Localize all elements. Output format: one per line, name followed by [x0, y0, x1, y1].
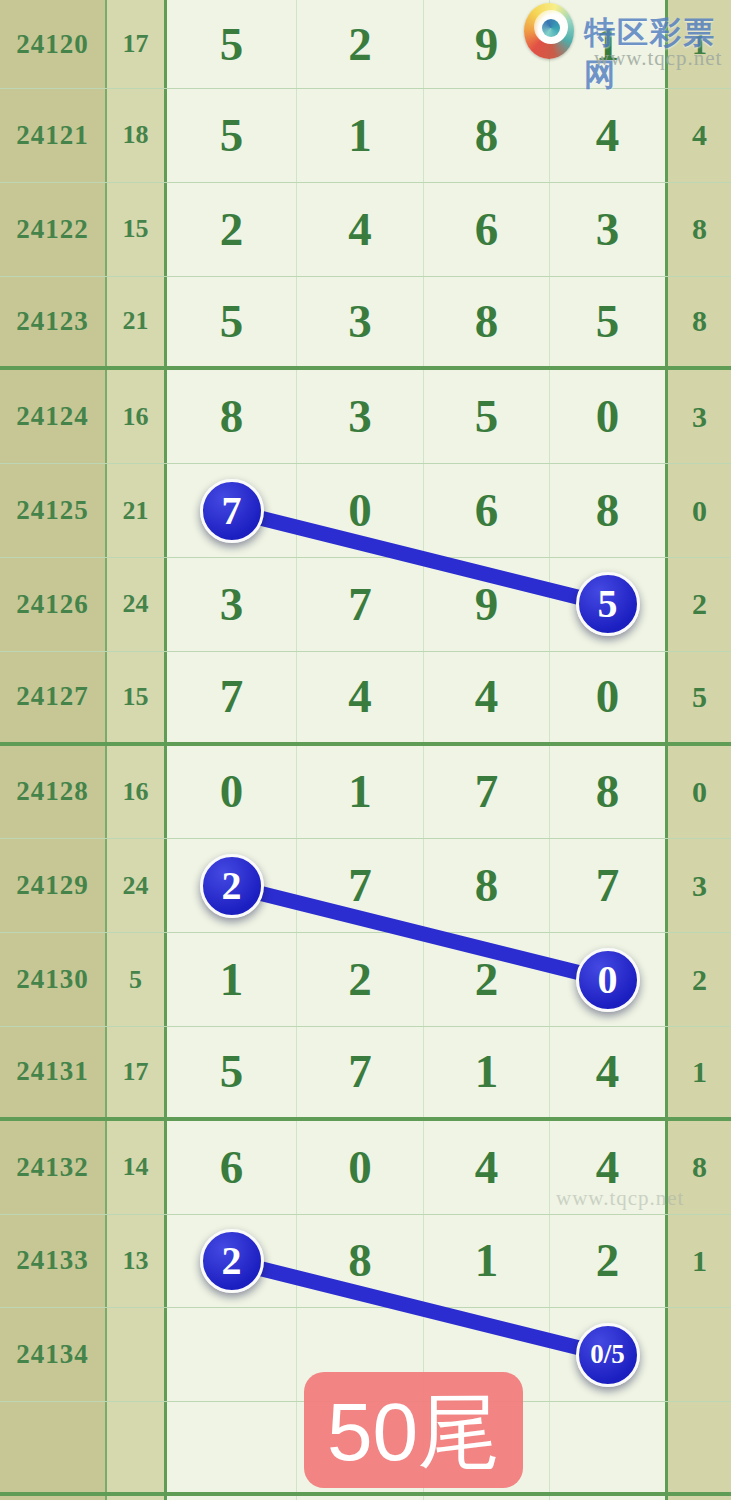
- site-url-watermark: www.tqcp.net: [556, 1186, 684, 1211]
- digit-cell: 5: [167, 0, 297, 88]
- empty-cell: [0, 1496, 107, 1500]
- sum-cell: 13: [107, 1215, 167, 1308]
- empty-cell: [668, 1496, 731, 1500]
- sum-cell-text: 17: [123, 29, 149, 59]
- tail-cell-text: 3: [692, 869, 707, 903]
- tail-cell: 0: [668, 746, 731, 839]
- digit-cell-text: 6: [220, 1144, 244, 1191]
- table-row: 241311757141: [0, 1027, 731, 1121]
- digit-cell-text: 3: [220, 581, 244, 628]
- period-cell-text: 24134: [16, 1339, 89, 1370]
- digit-cell: 5: [424, 370, 550, 463]
- sum-cell: [107, 1308, 167, 1401]
- tail-cell-text: 8: [692, 212, 707, 246]
- digit-cell-text: 4: [475, 1144, 499, 1191]
- table-row-partial: [0, 1496, 731, 1500]
- table-row: 241211851844: [0, 89, 731, 183]
- digit-cell: 7: [297, 839, 424, 932]
- digit-cell-text: 0: [220, 768, 244, 815]
- digit-cell: 2: [297, 933, 424, 1026]
- sum-cell-text: 14: [123, 1152, 149, 1182]
- period-cell-text: 24129: [16, 870, 89, 901]
- period-cell: 24124: [0, 370, 107, 463]
- table-row: 241262437952: [0, 558, 731, 652]
- sum-cell-text: 5: [129, 965, 142, 995]
- digit-cell-text: 1: [475, 1048, 499, 1095]
- digit-cell: 6: [424, 183, 550, 276]
- circled-number-text: 0/5: [590, 1341, 625, 1368]
- site-url: www.tqcp.net: [594, 46, 722, 71]
- digit-cell: 0: [167, 746, 297, 839]
- tail-cell-text: 4: [692, 118, 707, 152]
- trend-table: 2412017529112412118518442412215246382412…: [0, 0, 731, 1500]
- digit-cell: 0: [550, 652, 668, 742]
- digit-cell-text: 9: [475, 21, 499, 68]
- digit-cell: 5: [550, 277, 668, 367]
- sum-cell-text: 17: [123, 1057, 149, 1087]
- digit-cell-text: 4: [348, 206, 372, 253]
- period-cell: 24126: [0, 558, 107, 651]
- digit-cell-text: 2: [220, 206, 244, 253]
- digit-cell: 2: [167, 1215, 297, 1308]
- digit-cell: 8: [167, 370, 297, 463]
- digit-cell-text: 1: [220, 956, 244, 1003]
- sum-cell: 17: [107, 1027, 167, 1117]
- digit-cell: 1: [167, 933, 297, 1026]
- digit-cell-text: 5: [596, 298, 620, 345]
- digit-cell: 7: [297, 1027, 424, 1117]
- digit-cell-text: 9: [475, 581, 499, 628]
- tail-cell-text: 8: [692, 1150, 707, 1184]
- period-cell-text: 24121: [16, 120, 89, 151]
- tail-cell-text: 1: [692, 1055, 707, 1089]
- sum-cell-text: 18: [123, 120, 149, 150]
- digit-cell: 9: [424, 558, 550, 651]
- circled-number: 0: [576, 948, 640, 1012]
- circled-number: 7: [200, 479, 264, 543]
- sum-cell-text: 24: [123, 871, 149, 901]
- circled-number: 2: [200, 854, 264, 918]
- digit-cell: 0: [297, 1121, 424, 1214]
- digit-cell-text: 8: [475, 862, 499, 909]
- digit-cell-text: 6: [475, 487, 499, 534]
- sum-cell: 16: [107, 746, 167, 839]
- digit-cell: 8: [550, 746, 668, 839]
- period-cell-text: 24120: [16, 29, 89, 60]
- digit-cell: 7: [167, 652, 297, 742]
- period-cell: 24120: [0, 0, 107, 88]
- period-cell: 24133: [0, 1215, 107, 1308]
- table-row: 241331328121: [0, 1215, 731, 1309]
- digit-cell-text: 7: [220, 673, 244, 720]
- digit-cell-text: 5: [220, 298, 244, 345]
- digit-cell-text: 5: [220, 21, 244, 68]
- period-cell-text: 24133: [16, 1245, 89, 1276]
- digit-cell: 0: [297, 464, 424, 557]
- tail-cell: 1: [668, 1027, 731, 1117]
- digit-cell: 4: [550, 89, 668, 182]
- digit-cell: [550, 1402, 668, 1492]
- digit-cell-text: 5: [475, 393, 499, 440]
- period-cell: 24129: [0, 839, 107, 932]
- tail-cell: 4: [668, 89, 731, 182]
- period-cell: 24131: [0, 1027, 107, 1117]
- sum-cell: 15: [107, 183, 167, 276]
- digit-cell: 2: [424, 933, 550, 1026]
- digit-cell: 5: [167, 1027, 297, 1117]
- digit-cell-text: 7: [348, 581, 372, 628]
- sum-cell: 24: [107, 558, 167, 651]
- digit-cell: 4: [424, 652, 550, 742]
- period-cell: 24122: [0, 183, 107, 276]
- digit-cell-text: 8: [475, 112, 499, 159]
- sum-cell: 21: [107, 277, 167, 367]
- digit-cell-text: 8: [596, 768, 620, 815]
- tail-cell-text: 0: [692, 494, 707, 528]
- tail-cell: [668, 1308, 731, 1401]
- period-cell: 24121: [0, 89, 107, 182]
- sum-cell-text: 16: [123, 402, 149, 432]
- sum-cell-text: 21: [123, 496, 149, 526]
- digit-cell-text: 4: [348, 673, 372, 720]
- digit-cell-text: 7: [596, 862, 620, 909]
- tail-cell: 3: [668, 839, 731, 932]
- empty-cell: [297, 1496, 424, 1500]
- table-row: 24130512202: [0, 933, 731, 1027]
- digit-cell-text: 4: [596, 1144, 620, 1191]
- sum-cell: 15: [107, 652, 167, 742]
- period-cell-text: 24126: [16, 589, 89, 620]
- table-row: 241271574405: [0, 652, 731, 746]
- digit-cell: 3: [297, 370, 424, 463]
- digit-cell-text: 3: [348, 393, 372, 440]
- digit-cell: 6: [167, 1121, 297, 1214]
- period-cell: 24125: [0, 464, 107, 557]
- digit-cell-text: 4: [475, 673, 499, 720]
- digit-cell: 7: [167, 464, 297, 557]
- digit-cell: 2: [167, 183, 297, 276]
- table-row: 241252170680: [0, 464, 731, 558]
- digit-cell: 1: [424, 1215, 550, 1308]
- sum-cell: [107, 1402, 167, 1492]
- digit-cell: 0: [550, 933, 668, 1026]
- digit-cell-text: 5: [220, 112, 244, 159]
- table-row: 241281601780: [0, 746, 731, 840]
- empty-cell: [167, 1496, 297, 1500]
- site-logo-swirl-icon: [524, 3, 574, 59]
- digit-cell-text: 8: [348, 1237, 372, 1284]
- digit-cell: 2: [167, 839, 297, 932]
- period-cell-text: 24123: [16, 306, 89, 337]
- digit-cell-text: 4: [596, 112, 620, 159]
- digit-cell-text: 7: [348, 862, 372, 909]
- table-row: 241292427873: [0, 839, 731, 933]
- empty-cell: [107, 1496, 167, 1500]
- sum-cell-text: 24: [123, 589, 149, 619]
- digit-cell: 8: [424, 839, 550, 932]
- digit-cell: 6: [424, 464, 550, 557]
- digit-cell: 0/5: [550, 1308, 668, 1401]
- tail-cell-text: 3: [692, 400, 707, 434]
- digit-cell: 4: [424, 1121, 550, 1214]
- tail-cell-text: 8: [692, 304, 707, 338]
- digit-cell: 3: [550, 183, 668, 276]
- digit-cell: 1: [297, 746, 424, 839]
- circled-number-text: 0: [598, 960, 618, 1000]
- sum-cell: 5: [107, 933, 167, 1026]
- digit-cell: 7: [424, 746, 550, 839]
- sum-cell: 14: [107, 1121, 167, 1214]
- digit-cell-text: 7: [475, 768, 499, 815]
- period-cell: 24132: [0, 1121, 107, 1214]
- digit-cell-text: 2: [596, 1237, 620, 1284]
- digit-cell-text: 7: [348, 1048, 372, 1095]
- period-cell: 24123: [0, 277, 107, 367]
- digit-cell: 2: [550, 1215, 668, 1308]
- tail-group-label: 50尾: [304, 1372, 523, 1488]
- digit-cell-text: 0: [348, 487, 372, 534]
- digit-cell-text: 4: [596, 1048, 620, 1095]
- sum-cell-text: 13: [123, 1246, 149, 1276]
- digit-cell: 8: [297, 1215, 424, 1308]
- sum-cell: 21: [107, 464, 167, 557]
- tail-cell-text: 2: [692, 587, 707, 621]
- tail-cell: 1: [668, 1215, 731, 1308]
- table-row: 241232153858: [0, 277, 731, 371]
- period-cell-text: 24131: [16, 1056, 89, 1087]
- digit-cell: 8: [550, 464, 668, 557]
- sum-cell: 17: [107, 0, 167, 88]
- digit-cell: 3: [167, 558, 297, 651]
- empty-cell: [424, 1496, 550, 1500]
- digit-cell: 5: [550, 558, 668, 651]
- sum-cell-text: 15: [123, 214, 149, 244]
- sum-cell: 24: [107, 839, 167, 932]
- sum-cell-text: 21: [123, 306, 149, 336]
- digit-cell-text: 3: [348, 298, 372, 345]
- digit-cell-text: 1: [348, 768, 372, 815]
- digit-cell: 1: [297, 89, 424, 182]
- digit-cell-text: 5: [220, 1048, 244, 1095]
- digit-cell: 0: [550, 370, 668, 463]
- tail-cell: [668, 1402, 731, 1492]
- period-cell-text: 24125: [16, 495, 89, 526]
- circled-number: 0/5: [576, 1323, 640, 1387]
- tail-cell: 5: [668, 652, 731, 742]
- lottery-trend-chart: 2412017529112412118518442412215246382412…: [0, 0, 731, 1500]
- digit-cell-text: 2: [348, 956, 372, 1003]
- sum-cell: 18: [107, 89, 167, 182]
- digit-cell: 3: [297, 277, 424, 367]
- sum-cell: 16: [107, 370, 167, 463]
- circled-number: 5: [576, 572, 640, 636]
- period-cell: 24127: [0, 652, 107, 742]
- digit-cell-text: 2: [475, 956, 499, 1003]
- digit-cell: 4: [550, 1027, 668, 1117]
- tail-cell-text: 0: [692, 775, 707, 809]
- digit-cell: 7: [297, 558, 424, 651]
- period-cell-text: 24132: [16, 1152, 89, 1183]
- tail-cell: 3: [668, 370, 731, 463]
- period-cell: 24130: [0, 933, 107, 1026]
- period-cell: 24134: [0, 1308, 107, 1401]
- period-cell: [0, 1402, 107, 1492]
- digit-cell: 4: [297, 652, 424, 742]
- digit-cell: 2: [297, 0, 424, 88]
- sum-cell-text: 15: [123, 682, 149, 712]
- digit-cell: 8: [424, 277, 550, 367]
- digit-cell: 7: [550, 839, 668, 932]
- circled-number-text: 2: [222, 1241, 242, 1281]
- tail-cell: 2: [668, 558, 731, 651]
- period-cell-text: 24128: [16, 776, 89, 807]
- empty-cell: [550, 1496, 668, 1500]
- digit-cell-text: 8: [596, 487, 620, 534]
- tail-cell: 2: [668, 933, 731, 1026]
- digit-cell-text: 1: [348, 112, 372, 159]
- digit-cell-text: 1: [475, 1237, 499, 1284]
- tail-cell: 0: [668, 464, 731, 557]
- digit-cell: 5: [167, 89, 297, 182]
- digit-cell: 4: [297, 183, 424, 276]
- circled-number-text: 7: [222, 491, 242, 531]
- table-row: 241221524638: [0, 183, 731, 277]
- tail-cell-text: 2: [692, 963, 707, 997]
- digit-cell-text: 6: [475, 206, 499, 253]
- digit-cell: 5: [167, 277, 297, 367]
- period-cell-text: 24122: [16, 214, 89, 245]
- tail-cell-text: 1: [692, 1244, 707, 1278]
- digit-cell: [167, 1402, 297, 1492]
- tail-cell-text: 5: [692, 680, 707, 714]
- period-cell-text: 24124: [16, 401, 89, 432]
- tail-cell: 8: [668, 183, 731, 276]
- digit-cell-text: 8: [220, 393, 244, 440]
- sum-cell-text: 16: [123, 777, 149, 807]
- digit-cell-text: 2: [348, 21, 372, 68]
- circled-number-text: 5: [598, 584, 618, 624]
- period-cell: 24128: [0, 746, 107, 839]
- digit-cell-text: 8: [475, 298, 499, 345]
- period-cell-text: 24130: [16, 964, 89, 995]
- digit-cell-text: 3: [596, 206, 620, 253]
- digit-cell-text: 0: [596, 393, 620, 440]
- tail-cell: 8: [668, 277, 731, 367]
- digit-cell-text: 0: [596, 673, 620, 720]
- period-cell-text: 24127: [16, 681, 89, 712]
- digit-cell: [167, 1308, 297, 1401]
- circled-number: 2: [200, 1229, 264, 1293]
- digit-cell: 1: [424, 1027, 550, 1117]
- digit-cell-text: 0: [348, 1144, 372, 1191]
- circled-number-text: 2: [222, 866, 242, 906]
- digit-cell: 8: [424, 89, 550, 182]
- table-row: 241241683503: [0, 370, 731, 464]
